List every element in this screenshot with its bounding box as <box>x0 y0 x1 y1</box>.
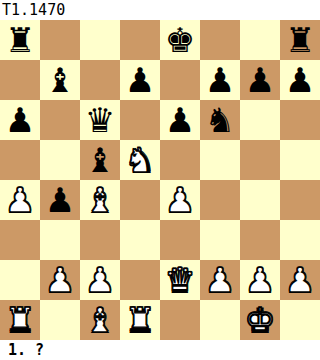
square-h5[interactable] <box>280 140 320 180</box>
square-f1[interactable] <box>200 300 240 340</box>
white-queen-icon: ♛ <box>165 260 195 300</box>
puzzle-title: T1.1470 <box>0 0 320 20</box>
square-f6[interactable]: ♞ <box>200 100 240 140</box>
square-e8[interactable]: ♚ <box>160 20 200 60</box>
white-pawn-icon: ♟ <box>205 260 235 300</box>
square-g6[interactable] <box>240 100 280 140</box>
square-e4[interactable]: ♟ <box>160 180 200 220</box>
white-pawn-icon: ♟ <box>5 180 35 220</box>
black-pawn-icon: ♟ <box>5 100 35 140</box>
square-f4[interactable] <box>200 180 240 220</box>
square-g3[interactable] <box>240 220 280 260</box>
square-f2[interactable]: ♟ <box>200 260 240 300</box>
square-c8[interactable] <box>80 20 120 60</box>
black-bishop-icon: ♝ <box>85 140 115 180</box>
square-b3[interactable] <box>40 220 80 260</box>
white-pawn-icon: ♟ <box>85 260 115 300</box>
black-queen-icon: ♛ <box>85 100 115 140</box>
black-bishop-icon: ♝ <box>45 60 75 100</box>
square-f8[interactable] <box>200 20 240 60</box>
square-h1[interactable] <box>280 300 320 340</box>
black-pawn-icon: ♟ <box>285 60 315 100</box>
square-b5[interactable] <box>40 140 80 180</box>
square-c3[interactable] <box>80 220 120 260</box>
square-g8[interactable] <box>240 20 280 60</box>
white-pawn-icon: ♟ <box>285 260 315 300</box>
square-e3[interactable] <box>160 220 200 260</box>
square-h3[interactable] <box>280 220 320 260</box>
square-g7[interactable]: ♟ <box>240 60 280 100</box>
square-a2[interactable] <box>0 260 40 300</box>
square-e6[interactable]: ♟ <box>160 100 200 140</box>
white-rook-icon: ♜ <box>125 300 155 340</box>
square-h8[interactable]: ♜ <box>280 20 320 60</box>
square-b4[interactable]: ♟ <box>40 180 80 220</box>
square-e2[interactable]: ♛ <box>160 260 200 300</box>
square-b1[interactable] <box>40 300 80 340</box>
white-bishop-icon: ♝ <box>85 300 115 340</box>
white-rook-icon: ♜ <box>5 300 35 340</box>
square-e7[interactable] <box>160 60 200 100</box>
square-a4[interactable]: ♟ <box>0 180 40 220</box>
square-b7[interactable]: ♝ <box>40 60 80 100</box>
black-pawn-icon: ♟ <box>45 180 75 220</box>
square-h4[interactable] <box>280 180 320 220</box>
black-rook-icon: ♜ <box>5 20 35 60</box>
square-h6[interactable] <box>280 100 320 140</box>
square-e5[interactable] <box>160 140 200 180</box>
square-a5[interactable] <box>0 140 40 180</box>
square-f3[interactable] <box>200 220 240 260</box>
square-g2[interactable]: ♟ <box>240 260 280 300</box>
square-g5[interactable] <box>240 140 280 180</box>
black-king-icon: ♚ <box>165 20 195 60</box>
black-pawn-icon: ♟ <box>245 60 275 100</box>
square-d2[interactable] <box>120 260 160 300</box>
square-f5[interactable] <box>200 140 240 180</box>
square-c5[interactable]: ♝ <box>80 140 120 180</box>
black-knight-icon: ♞ <box>205 100 235 140</box>
square-a7[interactable] <box>0 60 40 100</box>
chess-puzzle-page: T1.1470 ♜♚♜♝♟♟♟♟♟♛♟♞♝♞♟♟♝♟♟♟♛♟♟♟♜♝♜♚ 1. … <box>0 0 320 360</box>
square-a1[interactable]: ♜ <box>0 300 40 340</box>
square-d3[interactable] <box>120 220 160 260</box>
square-d4[interactable] <box>120 180 160 220</box>
square-h7[interactable]: ♟ <box>280 60 320 100</box>
square-c7[interactable] <box>80 60 120 100</box>
white-pawn-icon: ♟ <box>245 260 275 300</box>
white-bishop-icon: ♝ <box>85 180 115 220</box>
square-d8[interactable] <box>120 20 160 60</box>
square-a8[interactable]: ♜ <box>0 20 40 60</box>
square-d5[interactable]: ♞ <box>120 140 160 180</box>
square-b2[interactable]: ♟ <box>40 260 80 300</box>
square-c4[interactable]: ♝ <box>80 180 120 220</box>
black-pawn-icon: ♟ <box>165 100 195 140</box>
black-rook-icon: ♜ <box>285 20 315 60</box>
square-d7[interactable]: ♟ <box>120 60 160 100</box>
black-pawn-icon: ♟ <box>205 60 235 100</box>
white-knight-icon: ♞ <box>125 140 155 180</box>
square-h2[interactable]: ♟ <box>280 260 320 300</box>
square-a3[interactable] <box>0 220 40 260</box>
square-f7[interactable]: ♟ <box>200 60 240 100</box>
white-king-icon: ♚ <box>245 300 275 340</box>
square-a6[interactable]: ♟ <box>0 100 40 140</box>
white-pawn-icon: ♟ <box>165 180 195 220</box>
white-pawn-icon: ♟ <box>45 260 75 300</box>
square-e1[interactable] <box>160 300 200 340</box>
square-b8[interactable] <box>40 20 80 60</box>
square-c6[interactable]: ♛ <box>80 100 120 140</box>
square-d6[interactable] <box>120 100 160 140</box>
square-d1[interactable]: ♜ <box>120 300 160 340</box>
move-prompt: 1. ? <box>0 340 320 360</box>
square-c1[interactable]: ♝ <box>80 300 120 340</box>
chess-board: ♜♚♜♝♟♟♟♟♟♛♟♞♝♞♟♟♝♟♟♟♛♟♟♟♜♝♜♚ <box>0 20 320 340</box>
square-b6[interactable] <box>40 100 80 140</box>
square-c2[interactable]: ♟ <box>80 260 120 300</box>
square-g1[interactable]: ♚ <box>240 300 280 340</box>
square-g4[interactable] <box>240 180 280 220</box>
black-pawn-icon: ♟ <box>125 60 155 100</box>
